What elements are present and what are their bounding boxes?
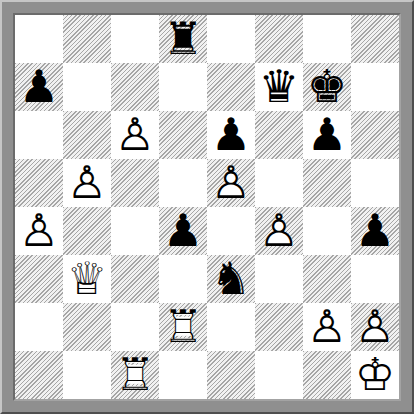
square-e6[interactable]: ♟ — [207, 111, 255, 159]
square-d7[interactable] — [159, 63, 207, 111]
square-e4[interactable] — [207, 207, 255, 255]
square-h5[interactable] — [351, 159, 399, 207]
black-pawn-icon: ♟ — [351, 207, 399, 255]
white-rook-icon: ♖ — [159, 303, 207, 351]
square-f5[interactable] — [255, 159, 303, 207]
square-h2[interactable]: ♟♙ — [351, 303, 399, 351]
square-g1[interactable] — [303, 351, 351, 399]
square-d1[interactable] — [159, 351, 207, 399]
square-h1[interactable]: ♚♔ — [351, 351, 399, 399]
piece-white-pawn-h2: ♟♙ — [351, 303, 399, 351]
square-e5[interactable]: ♟♙ — [207, 159, 255, 207]
square-a5[interactable] — [15, 159, 63, 207]
square-c6[interactable]: ♟♙ — [111, 111, 159, 159]
square-b1[interactable] — [63, 351, 111, 399]
square-a6[interactable] — [15, 111, 63, 159]
square-a8[interactable] — [15, 15, 63, 63]
square-f1[interactable] — [255, 351, 303, 399]
white-queen-icon: ♕ — [63, 255, 111, 303]
square-h7[interactable] — [351, 63, 399, 111]
black-pawn-icon: ♟ — [159, 207, 207, 255]
white-rook-icon: ♖ — [111, 351, 159, 399]
square-d3[interactable] — [159, 255, 207, 303]
square-g3[interactable] — [303, 255, 351, 303]
piece-black-queen-f7: ♛ — [255, 63, 303, 111]
piece-black-pawn-e6: ♟ — [207, 111, 255, 159]
square-c5[interactable] — [111, 159, 159, 207]
square-f3[interactable] — [255, 255, 303, 303]
square-b4[interactable] — [63, 207, 111, 255]
square-b8[interactable] — [63, 15, 111, 63]
chess-board: ♜♟♛♚♟♙♟♟♟♙♟♙♟♙♟♟♙♟♛♕♞♜♖♟♙♟♙♜♖♚♔ — [13, 13, 401, 401]
piece-black-pawn-a7: ♟ — [15, 63, 63, 111]
square-d4[interactable]: ♟ — [159, 207, 207, 255]
piece-black-pawn-g6: ♟ — [303, 111, 351, 159]
square-g6[interactable]: ♟ — [303, 111, 351, 159]
square-h4[interactable]: ♟ — [351, 207, 399, 255]
square-h3[interactable] — [351, 255, 399, 303]
square-a3[interactable] — [15, 255, 63, 303]
square-b5[interactable]: ♟♙ — [63, 159, 111, 207]
square-f4[interactable]: ♟♙ — [255, 207, 303, 255]
square-c3[interactable] — [111, 255, 159, 303]
square-e8[interactable] — [207, 15, 255, 63]
square-a7[interactable]: ♟ — [15, 63, 63, 111]
square-b6[interactable] — [63, 111, 111, 159]
square-h6[interactable] — [351, 111, 399, 159]
square-d5[interactable] — [159, 159, 207, 207]
chess-board-diagram: ♜♟♛♚♟♙♟♟♟♙♟♙♟♙♟♟♙♟♛♕♞♜♖♟♙♟♙♜♖♚♔ — [0, 0, 414, 414]
white-pawn-icon: ♙ — [15, 207, 63, 255]
square-a2[interactable] — [15, 303, 63, 351]
square-c7[interactable] — [111, 63, 159, 111]
square-e1[interactable] — [207, 351, 255, 399]
piece-black-rook-d8: ♜ — [159, 15, 207, 63]
piece-white-king-h1: ♚♔ — [351, 351, 399, 399]
square-c8[interactable] — [111, 15, 159, 63]
black-pawn-icon: ♟ — [303, 111, 351, 159]
square-f8[interactable] — [255, 15, 303, 63]
white-pawn-icon: ♙ — [111, 111, 159, 159]
black-king-icon: ♚ — [303, 63, 351, 111]
piece-white-pawn-c6: ♟♙ — [111, 111, 159, 159]
white-pawn-icon: ♙ — [63, 159, 111, 207]
black-queen-icon: ♛ — [255, 63, 303, 111]
square-g7[interactable]: ♚ — [303, 63, 351, 111]
square-g5[interactable] — [303, 159, 351, 207]
piece-black-knight-e3: ♞ — [207, 255, 255, 303]
square-b2[interactable] — [63, 303, 111, 351]
square-d8[interactable]: ♜ — [159, 15, 207, 63]
piece-white-pawn-b5: ♟♙ — [63, 159, 111, 207]
square-c1[interactable]: ♜♖ — [111, 351, 159, 399]
black-pawn-icon: ♟ — [207, 111, 255, 159]
piece-white-rook-c1: ♜♖ — [111, 351, 159, 399]
square-d2[interactable]: ♜♖ — [159, 303, 207, 351]
white-pawn-icon: ♙ — [207, 159, 255, 207]
piece-white-queen-b3: ♛♕ — [63, 255, 111, 303]
piece-white-pawn-f4: ♟♙ — [255, 207, 303, 255]
piece-white-pawn-e5: ♟♙ — [207, 159, 255, 207]
square-c4[interactable] — [111, 207, 159, 255]
piece-black-king-g7: ♚ — [303, 63, 351, 111]
piece-white-pawn-g2: ♟♙ — [303, 303, 351, 351]
square-a4[interactable]: ♟♙ — [15, 207, 63, 255]
square-e2[interactable] — [207, 303, 255, 351]
white-pawn-icon: ♙ — [351, 303, 399, 351]
square-g4[interactable] — [303, 207, 351, 255]
black-pawn-icon: ♟ — [15, 63, 63, 111]
square-h8[interactable] — [351, 15, 399, 63]
white-pawn-icon: ♙ — [255, 207, 303, 255]
piece-white-pawn-a4: ♟♙ — [15, 207, 63, 255]
square-f2[interactable] — [255, 303, 303, 351]
square-f6[interactable] — [255, 111, 303, 159]
square-b7[interactable] — [63, 63, 111, 111]
square-e3[interactable]: ♞ — [207, 255, 255, 303]
black-knight-icon: ♞ — [207, 255, 255, 303]
piece-white-rook-d2: ♜♖ — [159, 303, 207, 351]
square-c2[interactable] — [111, 303, 159, 351]
square-g8[interactable] — [303, 15, 351, 63]
square-f7[interactable]: ♛ — [255, 63, 303, 111]
black-rook-icon: ♜ — [159, 15, 207, 63]
piece-black-pawn-d4: ♟ — [159, 207, 207, 255]
square-b3[interactable]: ♛♕ — [63, 255, 111, 303]
square-e7[interactable] — [207, 63, 255, 111]
white-pawn-icon: ♙ — [303, 303, 351, 351]
square-a1[interactable] — [15, 351, 63, 399]
piece-black-pawn-h4: ♟ — [351, 207, 399, 255]
square-d6[interactable] — [159, 111, 207, 159]
square-g2[interactable]: ♟♙ — [303, 303, 351, 351]
white-king-icon: ♔ — [351, 351, 399, 399]
